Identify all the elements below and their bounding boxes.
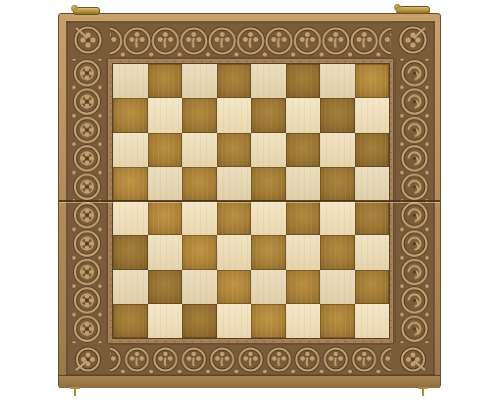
bottom-edge-rim: [59, 375, 440, 388]
square-c1[interactable]: [182, 304, 217, 338]
chess-board-case: [58, 13, 441, 388]
photo-stage: [0, 0, 500, 400]
square-g3[interactable]: [320, 235, 355, 269]
square-g6[interactable]: [320, 133, 355, 167]
bottom-ornament-band: [66, 343, 435, 376]
left-latch-pin-stem: [74, 389, 76, 396]
square-f6[interactable]: [286, 133, 321, 167]
right-hinge: [396, 6, 430, 14]
square-a3[interactable]: [113, 235, 148, 269]
square-a7[interactable]: [113, 98, 148, 132]
square-h8[interactable]: [355, 64, 390, 98]
square-b8[interactable]: [148, 64, 183, 98]
top-left-corner-rosette: [66, 21, 110, 59]
square-h5[interactable]: [355, 167, 390, 201]
square-g5[interactable]: [320, 167, 355, 201]
right-hinge-ring-icon: [394, 4, 401, 11]
square-b4[interactable]: [148, 201, 183, 235]
square-e7[interactable]: [251, 98, 286, 132]
square-f1[interactable]: [286, 304, 321, 338]
fold-seam: [59, 200, 440, 203]
square-c6[interactable]: [182, 133, 217, 167]
square-c5[interactable]: [182, 167, 217, 201]
square-h3[interactable]: [355, 235, 390, 269]
square-d4[interactable]: [217, 201, 252, 235]
square-c2[interactable]: [182, 270, 217, 304]
square-b5[interactable]: [148, 167, 183, 201]
square-c4[interactable]: [182, 201, 217, 235]
square-d3[interactable]: [217, 235, 252, 269]
square-e2[interactable]: [251, 270, 286, 304]
square-d8[interactable]: [217, 64, 252, 98]
square-e3[interactable]: [251, 235, 286, 269]
square-g4[interactable]: [320, 201, 355, 235]
square-a2[interactable]: [113, 270, 148, 304]
square-d7[interactable]: [217, 98, 252, 132]
bottom-right-corner-rosette: [391, 343, 435, 376]
right-latch-pin-stem: [422, 389, 424, 396]
square-a5[interactable]: [113, 167, 148, 201]
square-g1[interactable]: [320, 304, 355, 338]
square-b1[interactable]: [148, 304, 183, 338]
square-a6[interactable]: [113, 133, 148, 167]
square-d5[interactable]: [217, 167, 252, 201]
square-g2[interactable]: [320, 270, 355, 304]
square-h2[interactable]: [355, 270, 390, 304]
square-c8[interactable]: [182, 64, 217, 98]
left-hinge: [73, 7, 100, 15]
square-b3[interactable]: [148, 235, 183, 269]
square-b6[interactable]: [148, 133, 183, 167]
square-c3[interactable]: [182, 235, 217, 269]
square-e4[interactable]: [251, 201, 286, 235]
square-f8[interactable]: [286, 64, 321, 98]
right-latch-pin: [418, 387, 428, 397]
square-f4[interactable]: [286, 201, 321, 235]
bottom-left-corner-rosette: [66, 343, 110, 376]
square-h7[interactable]: [355, 98, 390, 132]
square-b2[interactable]: [148, 270, 183, 304]
square-g7[interactable]: [320, 98, 355, 132]
square-h4[interactable]: [355, 201, 390, 235]
square-e6[interactable]: [251, 133, 286, 167]
square-a4[interactable]: [113, 201, 148, 235]
square-f7[interactable]: [286, 98, 321, 132]
square-d6[interactable]: [217, 133, 252, 167]
square-b7[interactable]: [148, 98, 183, 132]
square-e5[interactable]: [251, 167, 286, 201]
top-ornament-band: [66, 21, 435, 59]
square-e1[interactable]: [251, 304, 286, 338]
square-f2[interactable]: [286, 270, 321, 304]
square-c7[interactable]: [182, 98, 217, 132]
square-d1[interactable]: [217, 304, 252, 338]
square-d2[interactable]: [217, 270, 252, 304]
top-right-corner-rosette: [391, 21, 435, 59]
square-a1[interactable]: [113, 304, 148, 338]
square-g8[interactable]: [320, 64, 355, 98]
square-h1[interactable]: [355, 304, 390, 338]
square-h6[interactable]: [355, 133, 390, 167]
square-e8[interactable]: [251, 64, 286, 98]
square-a8[interactable]: [113, 64, 148, 98]
square-f3[interactable]: [286, 235, 321, 269]
square-f5[interactable]: [286, 167, 321, 201]
left-latch-pin: [70, 387, 80, 397]
left-hinge-ring-icon: [71, 5, 78, 12]
